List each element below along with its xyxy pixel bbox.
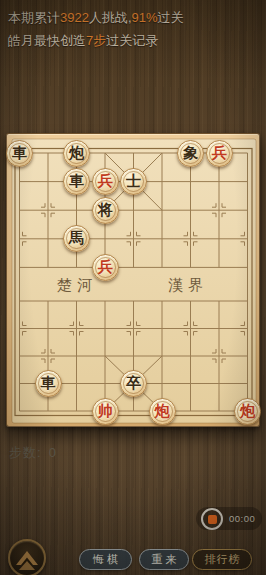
stats-header: 本期累计3922人挑战,91%过关 皓月最快创造7步过关记录: [8, 6, 184, 52]
stats-prefix: 本期累计: [8, 10, 60, 25]
leaderboard-button[interactable]: 排行榜: [192, 549, 252, 570]
stats-suffix: 过关: [158, 10, 184, 25]
record-button[interactable]: [201, 508, 223, 530]
piece-black[interactable]: 車: [35, 370, 62, 397]
river-label-right: 漢界: [168, 276, 208, 294]
piece-red[interactable]: 炮: [234, 398, 261, 425]
piece-red[interactable]: 兵: [92, 168, 119, 195]
record-suffix: 过关记录: [106, 33, 158, 48]
restart-button[interactable]: 重来: [139, 549, 189, 570]
piece-black[interactable]: 車: [6, 140, 33, 167]
step-label: 步数:: [9, 445, 42, 460]
stats-count: 3922: [60, 10, 89, 25]
record-prefix: 皓月最快创造: [8, 33, 86, 48]
piece-black[interactable]: 士: [120, 168, 147, 195]
stats-percent: 91%: [132, 10, 158, 25]
step-counter: 步数:0: [9, 444, 57, 462]
stats-line2: 皓月最快创造7步过关记录: [8, 29, 184, 52]
undo-button[interactable]: 悔棋: [79, 549, 132, 570]
piece-red[interactable]: 兵: [206, 140, 233, 167]
piece-red[interactable]: 帅: [92, 398, 119, 425]
piece-red[interactable]: 炮: [149, 398, 176, 425]
piece-black[interactable]: 将: [92, 197, 119, 224]
piece-black[interactable]: 象: [177, 140, 204, 167]
mountain-icon: [10, 541, 44, 575]
record-steps: 7步: [86, 33, 106, 48]
stats-line1: 本期累计3922人挑战,91%过关: [8, 6, 184, 29]
step-value: 0: [49, 445, 57, 460]
piece-black[interactable]: 車: [63, 168, 90, 195]
stats-mid: 人挑战,: [89, 10, 132, 25]
game-screen: 本期累计3922人挑战,91%过关 皓月最快创造7步过关记录 楚河漢界 車炮象兵…: [0, 0, 266, 575]
xiangqi-board[interactable]: 楚河漢界 車炮象兵車兵士将馬兵車卒帅炮炮: [6, 133, 260, 427]
piece-black[interactable]: 卒: [120, 370, 147, 397]
piece-red[interactable]: 兵: [92, 254, 119, 281]
piece-black[interactable]: 炮: [63, 140, 90, 167]
expand-button[interactable]: [8, 539, 46, 575]
river-label-left: 楚河: [57, 276, 97, 294]
record-timer: 00:00: [229, 513, 255, 524]
record-icon: [208, 515, 217, 524]
